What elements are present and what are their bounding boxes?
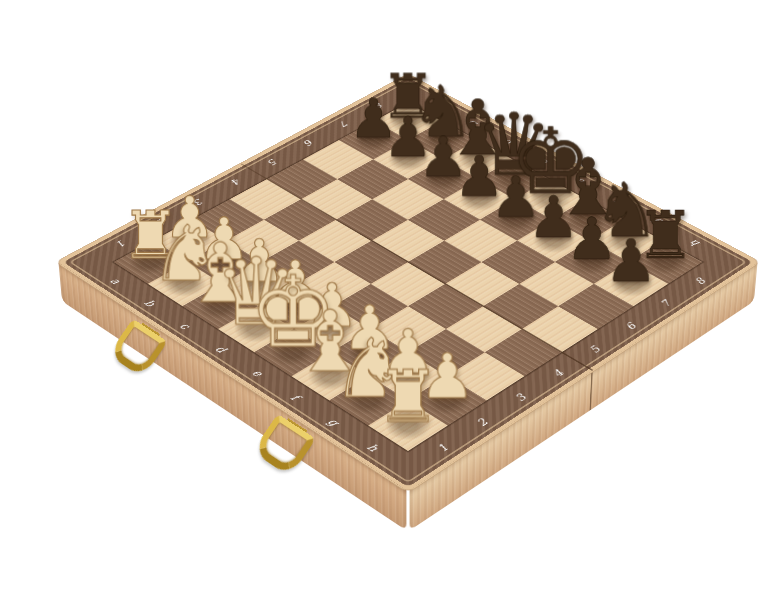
product-photo-scene: abcdefgh abcdefgh 87654321 87654321 ♜♞♝♛… xyxy=(0,0,780,600)
square-d5[interactable] xyxy=(372,220,445,262)
chess-board: abcdefgh abcdefgh 87654321 87654321 ♜♞♝♛… xyxy=(54,73,761,493)
board-grid: ♜♞♝♛♚♝♞♜♟♟♟♟♟♟♟♟♟♟♟♟♟♟♟♟♜♞♝♛♚♝♞♜ xyxy=(114,103,702,451)
board-frame: abcdefgh abcdefgh 87654321 87654321 ♜♞♝♛… xyxy=(54,73,761,493)
fold-seam-notch xyxy=(589,371,592,411)
rook-glyph: ♜ xyxy=(376,361,440,432)
pawn-glyph: ♟ xyxy=(605,231,658,290)
square-h1[interactable]: ♜ xyxy=(368,401,447,451)
square-h7[interactable]: ♟ xyxy=(594,262,668,306)
board-border: abcdefgh abcdefgh 87654321 87654321 ♜♞♝♛… xyxy=(63,78,753,488)
